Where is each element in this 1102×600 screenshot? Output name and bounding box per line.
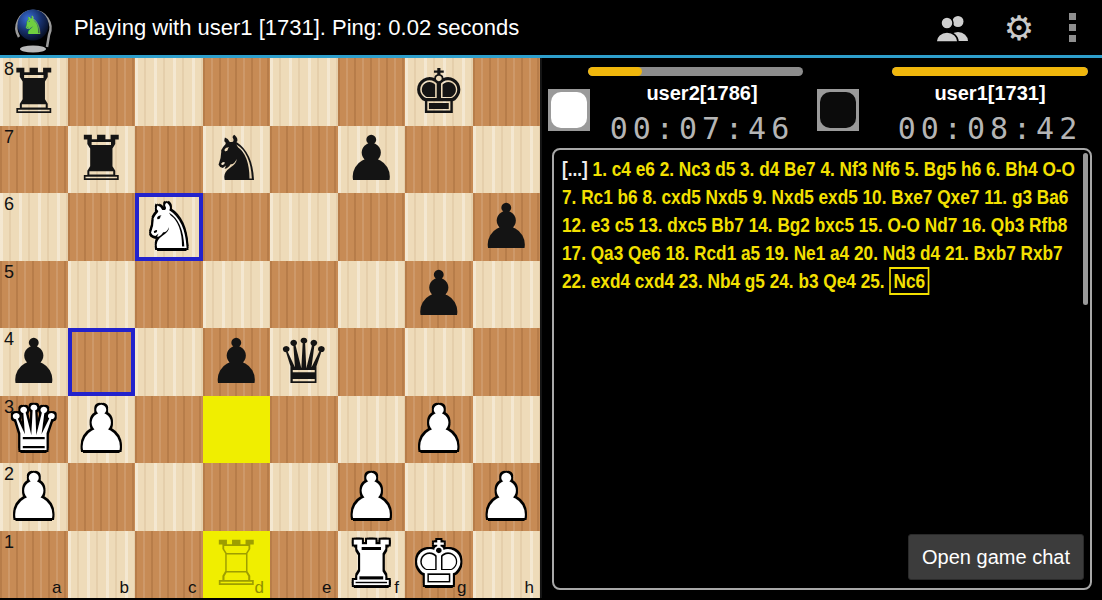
open-game-chat-button[interactable]: Open game chat bbox=[908, 534, 1084, 580]
square-h7[interactable] bbox=[473, 126, 541, 194]
black-knight: ♞ bbox=[203, 126, 271, 194]
square-h8[interactable] bbox=[473, 58, 541, 126]
white-pawn: ♟ bbox=[405, 396, 473, 464]
black-rook: ♜ bbox=[68, 126, 136, 194]
square-g3[interactable]: ♟ bbox=[405, 396, 473, 464]
square-b1[interactable]: b bbox=[68, 531, 136, 599]
white-player-icon bbox=[548, 89, 590, 131]
white-time-bar bbox=[588, 67, 803, 76]
rank-label-2: 2 bbox=[4, 464, 14, 485]
black-player-panel: user1[1731] 00:08:42 bbox=[817, 60, 1102, 144]
rank-label-4: 4 bbox=[4, 329, 14, 350]
square-c2[interactable] bbox=[135, 463, 203, 531]
square-b5[interactable] bbox=[68, 261, 136, 329]
rank-label-3: 3 bbox=[4, 397, 14, 418]
black-player-name: user1[1731] bbox=[892, 82, 1088, 105]
file-label-a: a bbox=[52, 578, 61, 598]
black-pawn: ♟ bbox=[405, 261, 473, 329]
square-f4[interactable] bbox=[338, 328, 406, 396]
square-e1[interactable]: e bbox=[270, 531, 338, 599]
black-player-clock: 00:08:42 bbox=[892, 111, 1088, 146]
square-b4[interactable] bbox=[68, 328, 136, 396]
black-pawn: ♟ bbox=[338, 126, 406, 194]
square-d5[interactable] bbox=[203, 261, 271, 329]
square-h2[interactable]: ♟ bbox=[473, 463, 541, 531]
square-d4[interactable]: ♟ bbox=[203, 328, 271, 396]
square-h1[interactable]: h bbox=[473, 531, 541, 599]
move-list-panel[interactable]: [...] 1. c4 e6 2. Nc3 d5 3. d4 Be7 4. Nf… bbox=[552, 148, 1092, 590]
overflow-menu-icon[interactable] bbox=[1052, 0, 1092, 55]
square-g1[interactable]: g♚ bbox=[405, 531, 473, 599]
white-pawn: ♟ bbox=[473, 463, 541, 531]
square-f3[interactable] bbox=[338, 396, 406, 464]
square-d6[interactable] bbox=[203, 193, 271, 261]
square-d3[interactable] bbox=[203, 396, 271, 464]
square-b3[interactable]: ♟ bbox=[68, 396, 136, 464]
app-logo-globe-knight-icon: ♞ bbox=[12, 3, 58, 53]
file-label-g: g bbox=[457, 578, 466, 598]
square-e7[interactable] bbox=[270, 126, 338, 194]
rank-label-6: 6 bbox=[4, 194, 14, 215]
square-g4[interactable] bbox=[405, 328, 473, 396]
square-h5[interactable] bbox=[473, 261, 541, 329]
square-h3[interactable] bbox=[473, 396, 541, 464]
white-player-panel: user2[1786] 00:07:46 bbox=[545, 60, 817, 144]
white-player-clock: 00:07:46 bbox=[592, 111, 812, 146]
square-a4[interactable]: 4♟ bbox=[0, 328, 68, 396]
square-a2[interactable]: 2♟ bbox=[0, 463, 68, 531]
move-list-text: [...] 1. c4 e6 2. Nc3 d5 3. d4 Be7 4. Nf… bbox=[562, 155, 1087, 295]
rank-label-5: 5 bbox=[4, 262, 14, 283]
black-time-bar bbox=[892, 67, 1088, 76]
square-h4[interactable] bbox=[473, 328, 541, 396]
square-f8[interactable] bbox=[338, 58, 406, 126]
square-a5[interactable]: 5 bbox=[0, 261, 68, 329]
game-status-title: Playing with user1 [1731]. Ping: 0.02 se… bbox=[74, 15, 920, 41]
move-list-scrollbar[interactable] bbox=[1083, 153, 1088, 305]
square-a1[interactable]: 1a bbox=[0, 531, 68, 599]
white-knight: ♞ bbox=[135, 193, 203, 261]
file-label-d: d bbox=[255, 578, 264, 598]
square-b2[interactable] bbox=[68, 463, 136, 531]
square-c5[interactable] bbox=[135, 261, 203, 329]
file-label-f: f bbox=[394, 578, 399, 598]
black-queen: ♛ bbox=[270, 328, 338, 396]
square-g5[interactable]: ♟ bbox=[405, 261, 473, 329]
square-a6[interactable]: 6 bbox=[0, 193, 68, 261]
square-f2[interactable]: ♟ bbox=[338, 463, 406, 531]
square-c3[interactable] bbox=[135, 396, 203, 464]
file-label-h: h bbox=[525, 578, 534, 598]
file-label-c: c bbox=[188, 578, 197, 598]
rank-label-7: 7 bbox=[4, 127, 14, 148]
square-e5[interactable] bbox=[270, 261, 338, 329]
square-g6[interactable] bbox=[405, 193, 473, 261]
square-e3[interactable] bbox=[270, 396, 338, 464]
black-player-icon bbox=[817, 89, 859, 131]
square-e6[interactable] bbox=[270, 193, 338, 261]
black-pawn: ♟ bbox=[473, 193, 541, 261]
square-g2[interactable] bbox=[405, 463, 473, 531]
white-pawn: ♟ bbox=[338, 463, 406, 531]
square-d1[interactable]: d♖ bbox=[203, 531, 271, 599]
square-c7[interactable] bbox=[135, 126, 203, 194]
square-f5[interactable] bbox=[338, 261, 406, 329]
action-bar-buttons: ⚙ bbox=[920, 0, 1092, 55]
square-e4[interactable]: ♛ bbox=[270, 328, 338, 396]
square-c4[interactable] bbox=[135, 328, 203, 396]
action-bar: ♞ Playing with user1 [1731]. Ping: 0.02 … bbox=[0, 0, 1102, 58]
clocks-panel: user2[1786] 00:07:46 user1[1731] 00:08:4… bbox=[545, 60, 1102, 144]
square-e2[interactable] bbox=[270, 463, 338, 531]
square-b6[interactable] bbox=[68, 193, 136, 261]
square-b8[interactable] bbox=[68, 58, 136, 126]
square-d8[interactable] bbox=[203, 58, 271, 126]
square-g8[interactable]: ♚ bbox=[405, 58, 473, 126]
square-f7[interactable]: ♟ bbox=[338, 126, 406, 194]
last-move-badge: Nc6 bbox=[889, 267, 929, 295]
players-icon[interactable] bbox=[920, 0, 986, 55]
square-d2[interactable] bbox=[203, 463, 271, 531]
square-a7[interactable]: 7 bbox=[0, 126, 68, 194]
chess-board[interactable]: 8♜♚7♜♞♟6♞♟5♟4♟♟♛3♛♟♟2♟♟♟1abcd♖ef♜g♚h bbox=[0, 58, 542, 598]
square-h6[interactable]: ♟ bbox=[473, 193, 541, 261]
square-a8[interactable]: 8♜ bbox=[0, 58, 68, 126]
square-c1[interactable]: c bbox=[135, 531, 203, 599]
square-d7[interactable]: ♞ bbox=[203, 126, 271, 194]
square-b7[interactable]: ♜ bbox=[68, 126, 136, 194]
settings-gear-icon[interactable]: ⚙ bbox=[986, 0, 1052, 55]
black-pawn: ♟ bbox=[203, 328, 271, 396]
square-g7[interactable] bbox=[405, 126, 473, 194]
white-player-name: user2[1786] bbox=[592, 82, 812, 105]
move-list-moves: 1. c4 e6 2. Nc3 d5 3. d4 Be7 4. Nf3 Nf6 … bbox=[562, 157, 1075, 292]
svg-text:♞: ♞ bbox=[22, 11, 44, 40]
white-pawn: ♟ bbox=[68, 396, 136, 464]
file-label-b: b bbox=[120, 578, 129, 598]
square-c6[interactable]: ♞ bbox=[135, 193, 203, 261]
square-c8[interactable] bbox=[135, 58, 203, 126]
square-e8[interactable] bbox=[270, 58, 338, 126]
rank-label-8: 8 bbox=[4, 59, 14, 80]
square-f6[interactable] bbox=[338, 193, 406, 261]
square-a3[interactable]: 3♛ bbox=[0, 396, 68, 464]
file-label-e: e bbox=[322, 578, 331, 598]
move-list-prefix: [...] bbox=[562, 157, 588, 180]
rank-label-1: 1 bbox=[4, 532, 14, 553]
square-f1[interactable]: f♜ bbox=[338, 531, 406, 599]
black-king: ♚ bbox=[405, 58, 473, 126]
